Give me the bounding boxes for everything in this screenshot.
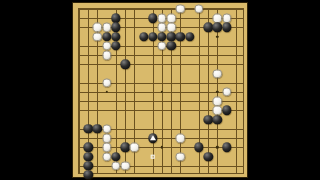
black-stone — [213, 115, 222, 124]
black-stone — [167, 41, 176, 50]
star-point — [216, 35, 218, 37]
black-stone — [148, 32, 157, 41]
white-stone — [222, 87, 231, 96]
star-point — [105, 91, 107, 93]
white-stone — [102, 50, 111, 59]
white-stone — [222, 14, 231, 23]
white-stone — [102, 124, 111, 133]
black-stone — [203, 23, 212, 32]
star-point — [216, 91, 218, 93]
black-stone — [84, 170, 93, 179]
black-stone — [222, 23, 231, 32]
white-stone — [102, 78, 111, 87]
go-board[interactable] — [72, 2, 248, 178]
black-stone — [84, 143, 93, 152]
white-stone — [176, 4, 185, 13]
board-grid[interactable] — [78, 8, 244, 174]
black-stone — [185, 32, 194, 41]
white-stone — [102, 23, 111, 32]
letterbox-right — [248, 0, 320, 180]
white-stone — [102, 152, 111, 161]
black-stone — [120, 60, 129, 69]
black-stone — [167, 32, 176, 41]
white-stone — [194, 4, 203, 13]
white-stone — [102, 133, 111, 142]
white-stone — [111, 161, 120, 170]
star-point — [216, 146, 218, 148]
white-stone — [167, 23, 176, 32]
white-stone — [176, 133, 185, 142]
white-stone — [157, 23, 166, 32]
white-stone — [93, 32, 102, 41]
white-stone — [157, 41, 166, 50]
black-stone — [222, 143, 231, 152]
black-stone — [222, 106, 231, 115]
black-stone — [148, 14, 157, 23]
black-stone — [213, 23, 222, 32]
white-stone — [102, 41, 111, 50]
black-stone — [203, 152, 212, 161]
black-stone — [102, 32, 111, 41]
black-stone — [176, 32, 185, 41]
white-stone — [157, 14, 166, 23]
letterbox-left — [0, 0, 72, 180]
black-stone — [111, 23, 120, 32]
white-stone — [93, 23, 102, 32]
black-stone — [84, 161, 93, 170]
triangle-marker — [150, 135, 156, 140]
white-stone — [213, 106, 222, 115]
black-stone — [84, 124, 93, 133]
white-stone — [102, 143, 111, 152]
black-stone — [203, 115, 212, 124]
black-stone — [194, 143, 203, 152]
white-stone — [176, 152, 185, 161]
black-stone — [111, 14, 120, 23]
white-stone — [167, 14, 176, 23]
black-stone — [93, 124, 102, 133]
star-point — [161, 91, 163, 93]
black-stone — [139, 32, 148, 41]
black-stone — [111, 32, 120, 41]
white-stone — [213, 69, 222, 78]
square-marker — [150, 154, 155, 159]
black-stone — [120, 143, 129, 152]
white-stone — [213, 97, 222, 106]
black-stone — [111, 152, 120, 161]
star-point — [161, 146, 163, 148]
black-stone — [111, 41, 120, 50]
black-stone — [157, 32, 166, 41]
white-stone — [120, 161, 129, 170]
white-stone — [213, 14, 222, 23]
black-stone — [84, 152, 93, 161]
white-stone — [130, 143, 139, 152]
